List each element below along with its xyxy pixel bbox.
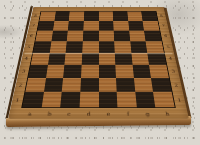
square-f6: [114, 31, 130, 42]
rank-label-right-8: 8: [160, 14, 163, 17]
square-h2: [151, 78, 171, 92]
square-e1: [99, 92, 118, 107]
square-h7: [143, 21, 160, 31]
square-f4: [115, 53, 133, 65]
square-g8: [127, 12, 143, 21]
file-labels: abcdefgh: [19, 109, 178, 118]
square-f1: [117, 92, 137, 107]
file-label-b: b: [47, 111, 51, 116]
rank-label-left-2: 2: [18, 83, 22, 87]
square-b7: [53, 21, 69, 31]
square-g5: [130, 41, 147, 52]
square-b1: [41, 92, 62, 107]
square-a5: [33, 41, 51, 52]
square-c1: [60, 92, 80, 107]
square-d4: [82, 53, 99, 65]
fold-seam: [24, 53, 172, 54]
square-d2: [80, 78, 98, 92]
file-label-h: h: [165, 111, 170, 116]
rank-label-left-7: 7: [32, 24, 36, 27]
file-label-a: a: [28, 111, 32, 116]
rank-label-right-1: 1: [177, 98, 182, 103]
square-h3: [149, 65, 169, 78]
square-c6: [67, 31, 83, 42]
board-grid: [21, 11, 176, 108]
square-b5: [49, 41, 66, 52]
square-f3: [115, 65, 133, 78]
square-c3: [63, 65, 81, 78]
square-c2: [62, 78, 81, 92]
square-a7: [37, 21, 54, 31]
square-c4: [65, 53, 83, 65]
rank-label-right-5: 5: [166, 45, 170, 48]
square-f8: [113, 12, 128, 21]
square-a8: [39, 12, 55, 21]
square-h4: [148, 53, 167, 65]
square-d1: [79, 92, 98, 107]
file-label-c: c: [67, 111, 71, 116]
square-h8: [141, 12, 157, 21]
square-d5: [82, 41, 98, 52]
square-c5: [66, 41, 83, 52]
square-h5: [146, 41, 164, 52]
square-d3: [81, 65, 99, 78]
rank-label-right-7: 7: [162, 24, 166, 27]
rank-label-left-5: 5: [27, 45, 31, 48]
square-g6: [129, 31, 146, 42]
square-g2: [134, 78, 154, 92]
square-d7: [83, 21, 98, 31]
square-f5: [114, 41, 131, 52]
square-h6: [144, 31, 161, 42]
square-h1: [153, 92, 174, 107]
file-label-g: g: [145, 111, 149, 116]
square-f7: [113, 21, 129, 31]
square-e7: [99, 21, 114, 31]
rank-label-right-3: 3: [171, 69, 175, 73]
square-e2: [99, 78, 117, 92]
square-b6: [51, 31, 68, 42]
square-e6: [99, 31, 115, 42]
square-b4: [48, 53, 66, 65]
square-g3: [132, 65, 151, 78]
square-f2: [116, 78, 135, 92]
rank-label-left-6: 6: [29, 34, 33, 37]
square-a1: [22, 92, 43, 107]
square-c7: [68, 21, 84, 31]
square-e8: [99, 12, 114, 21]
square-b8: [54, 12, 70, 21]
square-a4: [31, 53, 50, 65]
photo-chessboard-on-floor: abcdefgh 87654321 87654321: [0, 0, 200, 145]
square-b3: [46, 65, 65, 78]
square-g7: [128, 21, 144, 31]
rank-label-left-4: 4: [24, 57, 28, 61]
rank-label-left-3: 3: [22, 69, 26, 73]
square-e4: [99, 53, 116, 65]
rank-label-right-6: 6: [164, 34, 168, 37]
square-d8: [84, 12, 99, 21]
rank-label-left-1: 1: [15, 98, 20, 103]
square-d6: [83, 31, 99, 42]
chess-board: abcdefgh 87654321 87654321: [8, 7, 189, 119]
rank-label-right-4: 4: [169, 57, 173, 61]
square-e5: [99, 41, 115, 52]
square-a3: [28, 65, 48, 78]
file-label-d: d: [87, 111, 91, 116]
square-a2: [25, 78, 45, 92]
square-g4: [131, 53, 149, 65]
square-c8: [69, 12, 84, 21]
file-label-f: f: [127, 111, 130, 116]
square-a6: [35, 31, 52, 42]
square-b2: [44, 78, 64, 92]
square-e3: [99, 65, 117, 78]
rank-label-left-8: 8: [34, 14, 37, 17]
square-g1: [135, 92, 156, 107]
rank-label-right-2: 2: [174, 83, 178, 87]
file-label-e: e: [106, 111, 110, 116]
